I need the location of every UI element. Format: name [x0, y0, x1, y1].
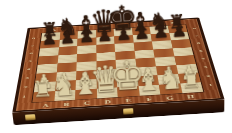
square-h6 — [171, 39, 192, 48]
perspective-scene: ABCDEFGH ABCDEFGH 87654321 87654321 ♜♞♝♛… — [0, 0, 232, 133]
file-label-c: C — [77, 99, 98, 107]
square-g6 — [152, 40, 172, 49]
file-label-a: A — [35, 102, 56, 110]
square-c1: ♝ — [75, 88, 96, 99]
square-a1: ♜ — [33, 91, 55, 102]
square-c2: ♟ — [76, 79, 97, 90]
file-label-e: E — [118, 97, 139, 105]
file-label-h: H — [180, 93, 202, 101]
brass-clasp-left — [25, 114, 36, 120]
square-e6 — [115, 43, 135, 52]
square-h1: ♜ — [180, 82, 203, 93]
square-b5 — [57, 54, 77, 64]
chess-set-photo: ABCDEFGH ABCDEFGH 87654321 87654321 ♜♞♝♛… — [0, 0, 232, 133]
file-label-b: B — [56, 101, 77, 109]
square-f3 — [136, 66, 157, 76]
square-c5 — [77, 53, 96, 62]
square-e5 — [115, 51, 135, 60]
square-d3 — [96, 69, 116, 79]
square-h5 — [172, 47, 193, 56]
rank-label-3: 3 — [199, 63, 213, 72]
square-b1: ♞ — [54, 90, 76, 101]
rank-label-2: 2 — [19, 82, 32, 92]
camera-tilt: ABCDEFGH ABCDEFGH 87654321 87654321 ♜♞♝♛… — [0, 0, 232, 133]
chess-board: ABCDEFGH ABCDEFGH 87654321 87654321 ♜♞♝♛… — [12, 18, 224, 113]
rank-label-2: 2 — [201, 71, 215, 81]
rank-label-4: 4 — [22, 65, 34, 74]
rank-label-1: 1 — [17, 91, 30, 101]
square-d4 — [96, 60, 116, 70]
brass-clasp-center — [123, 108, 133, 114]
file-label-d: D — [97, 98, 118, 106]
square-a5 — [38, 55, 58, 65]
square-g3 — [156, 65, 178, 75]
board-squares: ♜♞♝♛♚♝♞♜♟♟♟♟♟♟♟♟♟♟♟♟♟♟♟♟♜♞♝♛♚♝♞♜ — [33, 25, 204, 103]
file-label-f: F — [138, 96, 160, 104]
square-e4 — [116, 59, 136, 69]
rank-label-1: 1 — [203, 80, 218, 90]
square-g1: ♞ — [159, 83, 182, 94]
square-d5 — [96, 52, 116, 61]
file-label-g: G — [159, 94, 181, 102]
rank-label-3: 3 — [21, 73, 34, 82]
square-e1: ♚ — [117, 86, 139, 97]
square-c3 — [76, 70, 96, 80]
square-a6 — [39, 47, 59, 56]
rank-label-4: 4 — [196, 54, 209, 63]
square-g5 — [153, 48, 174, 57]
square-e3 — [116, 67, 137, 77]
square-f1: ♝ — [138, 85, 160, 96]
square-d1: ♛ — [96, 87, 117, 98]
board-frame: ABCDEFGH ABCDEFGH 87654321 87654321 ♜♞♝♛… — [12, 18, 224, 113]
